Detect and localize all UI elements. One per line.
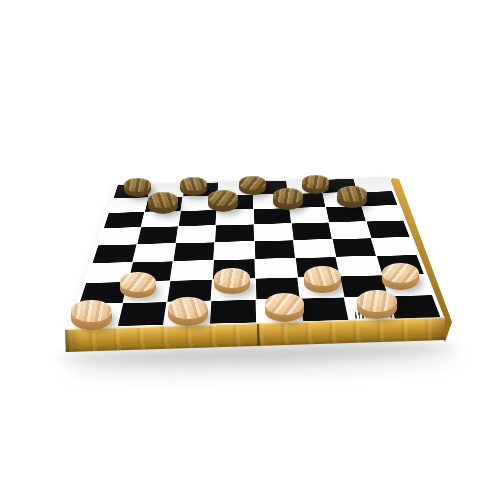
checker-top xyxy=(120,272,156,292)
checker-dark-c8[interactable] xyxy=(180,177,207,197)
checker-light-e1[interactable] xyxy=(265,293,304,321)
checker-top xyxy=(124,178,151,193)
checker-light-d2[interactable] xyxy=(214,268,250,294)
checker-dark-d7[interactable] xyxy=(208,190,238,212)
checker-top xyxy=(168,297,208,319)
checker-top xyxy=(208,190,238,206)
checker-top xyxy=(357,290,397,312)
checker-dark-b7[interactable] xyxy=(148,192,178,214)
checker-top xyxy=(148,192,178,208)
checker-top xyxy=(382,263,419,283)
checker-top xyxy=(337,186,367,202)
checker-dark-f7[interactable] xyxy=(273,188,303,210)
checker-top xyxy=(180,177,207,192)
checker-top xyxy=(71,300,112,322)
checker-light-h2[interactable] xyxy=(382,263,419,290)
checker-light-c1[interactable] xyxy=(168,297,208,326)
checker-top xyxy=(302,175,329,190)
checker-light-f2[interactable] xyxy=(304,266,341,293)
product-photo-checkers-set xyxy=(0,0,500,500)
checker-top xyxy=(239,176,266,191)
checker-light-a1[interactable] xyxy=(71,300,112,330)
checker-dark-g8[interactable] xyxy=(302,175,329,195)
checker-top xyxy=(304,266,341,286)
checker-light-b2[interactable] xyxy=(120,272,156,298)
checker-dark-h7[interactable] xyxy=(337,186,367,208)
pieces-layer xyxy=(0,0,500,500)
checker-top xyxy=(273,188,303,204)
checker-top xyxy=(214,268,250,288)
checker-top xyxy=(265,293,304,314)
checker-dark-a8[interactable] xyxy=(124,178,151,198)
checker-light-g1[interactable] xyxy=(357,290,397,319)
checker-dark-e8[interactable] xyxy=(239,176,266,196)
